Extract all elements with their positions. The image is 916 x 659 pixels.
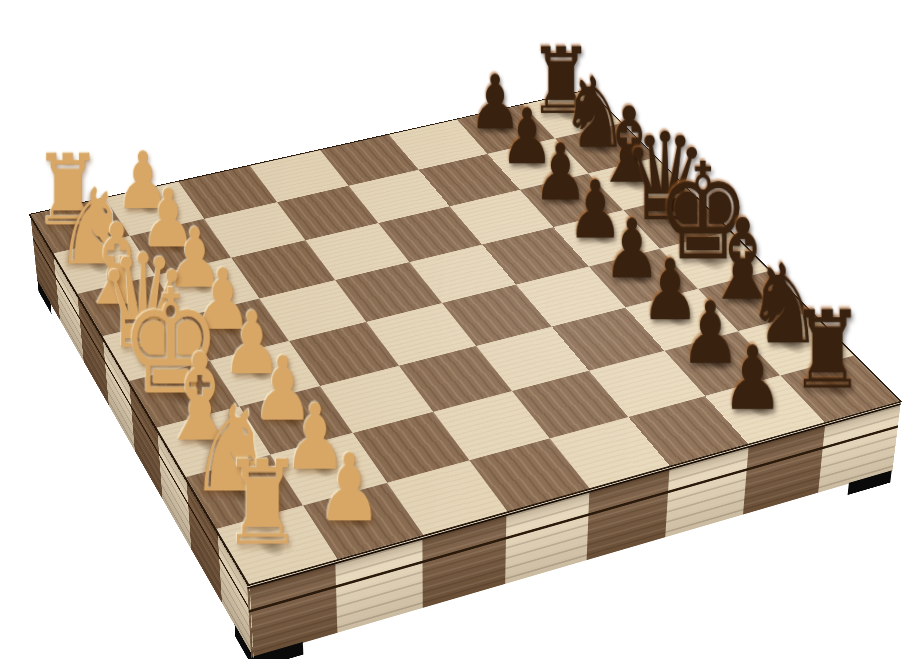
white-rook[interactable]: ♜	[222, 445, 304, 562]
product-photo-stage: ♜♞♝♛♚♝♞♜♟♟♟♟♟♟♟♟♟♟♟♟♟♟♟♟♜♞♝♛♚♝♞♜	[0, 0, 916, 659]
wooden-chess-box: ♜♞♝♛♚♝♞♜♟♟♟♟♟♟♟♟♟♟♟♟♟♟♟♟♜♞♝♛♚♝♞♜	[28, 89, 902, 586]
white-pawn[interactable]: ♟	[316, 442, 381, 535]
chess-board: ♜♞♝♛♚♝♞♜♟♟♟♟♟♟♟♟♟♟♟♟♟♟♟♟♜♞♝♛♚♝♞♜	[28, 89, 902, 586]
black-rook[interactable]: ♜	[790, 297, 865, 405]
black-pawn[interactable]: ♟	[721, 335, 783, 423]
